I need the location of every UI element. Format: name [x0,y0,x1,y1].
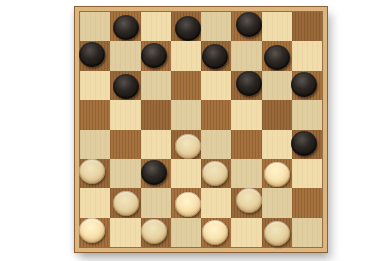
square-r8c6[interactable] [231,218,261,247]
square-r3c6[interactable]: ⛂ [231,71,261,100]
square-r5c4[interactable]: ⛀ [171,130,201,159]
square-r1c1[interactable] [80,12,110,41]
square-r3c8[interactable]: ⛂ [292,71,322,100]
board-grid: ⛂⛂⛂⛂⛂⛂⛂⛂⛂⛂⛀⛂⛀⛂⛀⛀⛀⛀⛀⛀⛀⛀⛀ [80,12,322,247]
black-checker[interactable]: ⛂ [236,71,262,96]
square-r7c7[interactable] [262,188,292,217]
black-checker[interactable]: ⛂ [141,160,167,185]
square-r2c5[interactable]: ⛂ [201,41,231,70]
square-r5c6[interactable] [231,130,261,159]
square-r2c6[interactable] [231,41,261,70]
square-r7c4[interactable]: ⛀ [171,188,201,217]
square-r8c5[interactable]: ⛀ [201,218,231,247]
square-r8c8[interactable] [292,218,322,247]
white-checker[interactable]: ⛀ [175,134,201,159]
square-r2c4[interactable] [171,41,201,70]
black-checker[interactable]: ⛂ [79,42,105,67]
square-r7c1[interactable] [80,188,110,217]
checkers-board: ⛂⛂⛂⛂⛂⛂⛂⛂⛂⛂⛀⛂⛀⛂⛀⛀⛀⛀⛀⛀⛀⛀⛀ [75,7,327,252]
square-r2c7[interactable]: ⛂ [262,41,292,70]
square-r1c3[interactable] [141,12,171,41]
square-r4c1[interactable] [80,100,110,129]
square-r4c5[interactable] [201,100,231,129]
square-r4c3[interactable] [141,100,171,129]
square-r1c5[interactable] [201,12,231,41]
square-r1c2[interactable]: ⛂ [110,12,140,41]
square-r3c1[interactable] [80,71,110,100]
square-r3c5[interactable] [201,71,231,100]
white-checker[interactable]: ⛀ [175,192,201,217]
square-r5c7[interactable] [262,130,292,159]
white-checker[interactable]: ⛀ [202,161,228,186]
black-checker[interactable]: ⛂ [141,43,167,68]
square-r5c1[interactable] [80,130,110,159]
square-r4c4[interactable] [171,100,201,129]
square-r6c1[interactable]: ⛀ [80,159,110,188]
black-checker[interactable]: ⛂ [291,131,317,156]
square-r1c4[interactable]: ⛂ [171,12,201,41]
square-r7c6[interactable]: ⛀ [231,188,261,217]
square-r6c7[interactable]: ⛀ [262,159,292,188]
square-r6c4[interactable] [171,159,201,188]
black-checker[interactable]: ⛂ [264,45,290,70]
photo-background: ⛂⛂⛂⛂⛂⛂⛂⛂⛂⛂⛀⛂⛀⛂⛀⛀⛀⛀⛀⛀⛀⛀⛀ [0,0,390,261]
square-r5c2[interactable] [110,130,140,159]
white-checker[interactable]: ⛀ [264,162,290,187]
square-r6c6[interactable] [231,159,261,188]
black-checker[interactable]: ⛂ [113,15,139,40]
black-checker[interactable]: ⛂ [175,16,201,41]
black-checker[interactable]: ⛂ [202,44,228,69]
square-r2c1[interactable]: ⛂ [80,41,110,70]
black-checker[interactable]: ⛂ [291,72,317,97]
square-r3c4[interactable] [171,71,201,100]
square-r4c6[interactable] [231,100,261,129]
white-checker[interactable]: ⛀ [202,220,228,245]
square-r2c3[interactable]: ⛂ [141,41,171,70]
square-r6c2[interactable] [110,159,140,188]
white-checker[interactable]: ⛀ [141,219,167,244]
square-r8c7[interactable]: ⛀ [262,218,292,247]
square-r7c2[interactable]: ⛀ [110,188,140,217]
square-r4c7[interactable] [262,100,292,129]
square-r5c5[interactable] [201,130,231,159]
square-r8c2[interactable] [110,218,140,247]
white-checker[interactable]: ⛀ [264,221,290,246]
white-checker[interactable]: ⛀ [113,191,139,216]
square-r1c8[interactable] [292,12,322,41]
square-r3c7[interactable] [262,71,292,100]
square-r8c3[interactable]: ⛀ [141,218,171,247]
white-checker[interactable]: ⛀ [236,188,262,213]
square-r2c2[interactable] [110,41,140,70]
square-r6c5[interactable]: ⛀ [201,159,231,188]
square-r7c5[interactable] [201,188,231,217]
square-r6c8[interactable] [292,159,322,188]
white-checker[interactable]: ⛀ [79,218,105,243]
white-checker[interactable]: ⛀ [79,159,105,184]
square-r5c8[interactable]: ⛂ [292,130,322,159]
square-r3c3[interactable] [141,71,171,100]
square-r7c3[interactable] [141,188,171,217]
square-r7c8[interactable] [292,188,322,217]
square-r8c1[interactable]: ⛀ [80,218,110,247]
square-r1c6[interactable]: ⛂ [231,12,261,41]
square-r1c7[interactable] [262,12,292,41]
black-checker[interactable]: ⛂ [113,74,139,99]
square-r4c8[interactable] [292,100,322,129]
square-r2c8[interactable] [292,41,322,70]
square-r4c2[interactable] [110,100,140,129]
square-r3c2[interactable]: ⛂ [110,71,140,100]
square-r6c3[interactable]: ⛂ [141,159,171,188]
black-checker[interactable]: ⛂ [236,12,262,37]
square-r5c3[interactable] [141,130,171,159]
square-r8c4[interactable] [171,218,201,247]
